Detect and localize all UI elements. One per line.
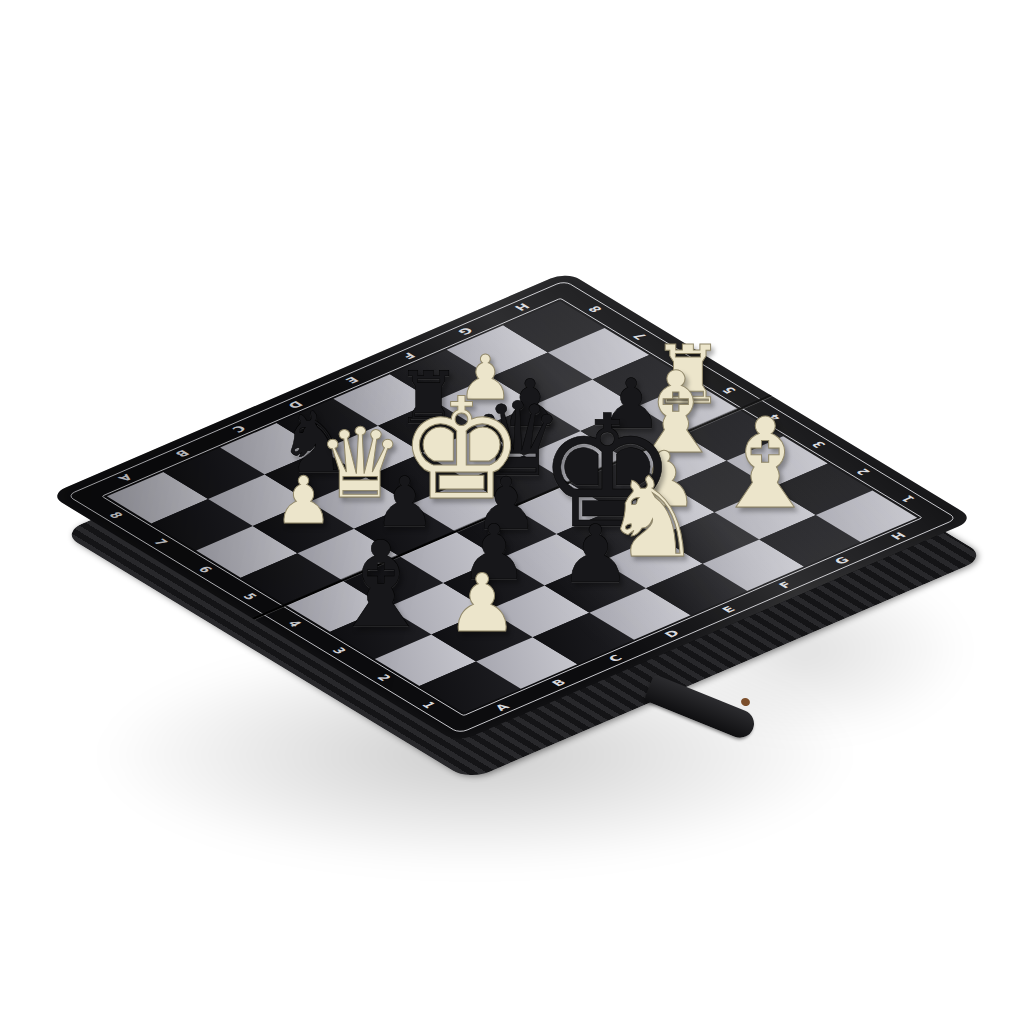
rank-label-west-4: 4 — [284, 618, 306, 629]
file-label-south-G: G — [831, 555, 853, 567]
rank-label-east-6: 6 — [674, 358, 696, 369]
rank-label-west-8: 8 — [105, 510, 127, 521]
latch-strap — [644, 674, 758, 742]
rank-label-west-7: 7 — [150, 537, 172, 548]
rank-label-west-5: 5 — [239, 591, 261, 602]
file-label-north-H: H — [510, 301, 532, 313]
case-latch — [645, 682, 765, 752]
rank-label-west-3: 3 — [329, 646, 351, 657]
product-photo: AA11BB22CC33DD44EE55FF66GG77HH88 ♟♜♜♟♟♝♞… — [0, 0, 1024, 1024]
rank-label-east-8: 8 — [584, 304, 606, 315]
file-label-north-C: C — [228, 424, 249, 435]
rank-label-east-7: 7 — [629, 331, 651, 342]
rank-label-east-5: 5 — [718, 385, 740, 396]
file-label-north-D: D — [284, 399, 306, 411]
file-label-north-E: E — [341, 375, 362, 386]
checkerboard — [107, 301, 917, 713]
file-label-north-F: F — [398, 350, 419, 361]
file-label-north-A: A — [114, 472, 136, 483]
file-label-south-F: F — [776, 579, 797, 590]
rank-label-east-3: 3 — [808, 439, 830, 450]
rank-label-west-2: 2 — [373, 673, 395, 684]
file-label-north-G: G — [454, 326, 476, 338]
rank-label-east-1: 1 — [897, 493, 919, 504]
board-case: AA11BB22CC33DD44EE55FF66GG77HH88 — [49, 271, 975, 742]
file-label-south-E: E — [719, 604, 740, 615]
file-label-south-D: D — [661, 628, 683, 640]
file-label-south-A: A — [492, 701, 514, 712]
rank-label-west-6: 6 — [195, 564, 217, 575]
rank-label-west-1: 1 — [418, 700, 440, 711]
file-label-north-B: B — [171, 448, 193, 459]
latch-pin — [740, 697, 751, 708]
file-label-south-H: H — [888, 530, 910, 542]
file-label-south-C: C — [605, 653, 626, 664]
rank-label-east-2: 2 — [852, 466, 874, 477]
rank-label-east-4: 4 — [763, 412, 785, 423]
file-label-south-B: B — [549, 677, 571, 688]
